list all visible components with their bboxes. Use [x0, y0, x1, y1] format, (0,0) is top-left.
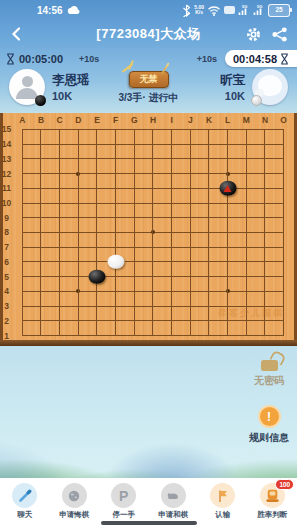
- star-point: [226, 289, 230, 293]
- white-stone: [107, 255, 124, 270]
- white-player-rank: 10K: [225, 90, 245, 102]
- increment-right: +10s: [197, 54, 217, 64]
- unlocked-padlock-icon: [261, 360, 278, 371]
- board-point[interactable]: [200, 166, 219, 181]
- board-point[interactable]: [200, 181, 219, 196]
- board-point[interactable]: [50, 255, 69, 270]
- chat-brush-icon: [17, 488, 33, 504]
- board-point[interactable]: [162, 314, 181, 329]
- board-point[interactable]: [218, 151, 237, 166]
- board-watermark: 弈客少儿围棋: [218, 307, 284, 320]
- board-point[interactable]: [88, 284, 107, 299]
- board-point[interactable]: [181, 314, 200, 329]
- board-point[interactable]: [274, 269, 293, 284]
- board-point[interactable]: [88, 314, 107, 329]
- row-label: 14: [0, 137, 13, 152]
- draw-hand-icon: [165, 488, 181, 504]
- row-label: 4: [0, 284, 13, 299]
- board-point[interactable]: [88, 240, 107, 255]
- board-point[interactable]: [125, 314, 144, 329]
- board-point[interactable]: [69, 269, 88, 284]
- board-point[interactable]: [106, 299, 125, 314]
- board-point[interactable]: [256, 269, 275, 284]
- avatar-person-icon: [22, 76, 33, 87]
- board-point[interactable]: [13, 181, 32, 196]
- board-point[interactable]: [125, 284, 144, 299]
- undo-stone-icon: [66, 488, 82, 504]
- board-point[interactable]: [218, 284, 237, 299]
- row-label: 9: [0, 210, 13, 225]
- board-point[interactable]: [125, 269, 144, 284]
- board-point[interactable]: [181, 196, 200, 211]
- home-indicator[interactable]: [101, 521, 197, 525]
- board-point[interactable]: [69, 240, 88, 255]
- board-point[interactable]: [218, 255, 237, 270]
- board-point[interactable]: [144, 181, 163, 196]
- board-point[interactable]: [274, 181, 293, 196]
- board-point[interactable]: [125, 181, 144, 196]
- board-point[interactable]: [237, 269, 256, 284]
- board-point[interactable]: [106, 225, 125, 240]
- board-point[interactable]: [200, 210, 219, 225]
- star-point: [151, 230, 155, 234]
- board-point[interactable]: [13, 122, 32, 137]
- board-point[interactable]: [50, 137, 69, 152]
- board-point[interactable]: [274, 210, 293, 225]
- board-point[interactable]: [256, 151, 275, 166]
- board-point[interactable]: [218, 181, 237, 196]
- board-edge: [294, 113, 297, 346]
- board-point[interactable]: [200, 284, 219, 299]
- board-point[interactable]: [32, 284, 51, 299]
- board-point[interactable]: [13, 151, 32, 166]
- board-point[interactable]: [144, 151, 163, 166]
- board-point[interactable]: [69, 284, 88, 299]
- board-point[interactable]: [162, 151, 181, 166]
- board-point[interactable]: [218, 240, 237, 255]
- white-player-name: 昕宝: [220, 72, 245, 89]
- board-point[interactable]: [13, 137, 32, 152]
- row-label: 8: [0, 225, 13, 240]
- board-point[interactable]: [69, 210, 88, 225]
- board-point[interactable]: [162, 196, 181, 211]
- board-point[interactable]: [144, 255, 163, 270]
- board-point[interactable]: [162, 284, 181, 299]
- board-point[interactable]: [200, 151, 219, 166]
- board-point[interactable]: [218, 137, 237, 152]
- board-point[interactable]: [200, 269, 219, 284]
- board-point[interactable]: [13, 240, 32, 255]
- board-point[interactable]: [88, 255, 107, 270]
- clock-text: 14:56: [37, 5, 63, 16]
- nav-bar: [7723084]大众场: [0, 20, 297, 48]
- board-point[interactable]: [69, 122, 88, 137]
- board-point[interactable]: [125, 166, 144, 181]
- board-point[interactable]: [144, 299, 163, 314]
- board-point[interactable]: [144, 196, 163, 211]
- board-point[interactable]: [200, 299, 219, 314]
- winrate-button[interactable]: 100 胜率判断: [249, 483, 295, 520]
- board-point[interactable]: [162, 299, 181, 314]
- board-point[interactable]: [162, 225, 181, 240]
- board-point[interactable]: [50, 240, 69, 255]
- board-point[interactable]: [200, 255, 219, 270]
- board-point[interactable]: [88, 225, 107, 240]
- board-point[interactable]: [237, 284, 256, 299]
- row-label: 11: [0, 181, 13, 196]
- board-point[interactable]: [237, 166, 256, 181]
- board-point[interactable]: [256, 255, 275, 270]
- board-point[interactable]: [162, 255, 181, 270]
- board-point[interactable]: [144, 314, 163, 329]
- board-point[interactable]: [32, 166, 51, 181]
- svg-text:5G: 5G: [257, 4, 262, 9]
- signal-sim2-icon: 5G: [253, 4, 265, 16]
- board-point[interactable]: [13, 299, 32, 314]
- no-password-button[interactable]: 无密码: [254, 352, 284, 388]
- timer-left-value: 00:05:00: [19, 53, 63, 65]
- board-point[interactable]: [32, 210, 51, 225]
- bluetooth-icon: [182, 4, 191, 17]
- hourglass-right-icon: [280, 53, 289, 65]
- board-point[interactable]: [237, 122, 256, 137]
- request-undo-button[interactable]: 申请悔棋: [51, 483, 97, 520]
- board-point[interactable]: [32, 122, 51, 137]
- board-point[interactable]: [50, 269, 69, 284]
- board-point[interactable]: [106, 181, 125, 196]
- board-point[interactable]: [256, 122, 275, 137]
- go-board[interactable]: ABCDEFGHIJKLMNO 151413121110987654321 弈客…: [0, 113, 297, 346]
- board-point[interactable]: [88, 181, 107, 196]
- board-point[interactable]: [69, 196, 88, 211]
- board-point[interactable]: [181, 269, 200, 284]
- player-row: 李恩瑶 10K 无禁 3/3手· 进行中 昕宝 10K: [0, 68, 297, 113]
- board-point[interactable]: [144, 225, 163, 240]
- board-point[interactable]: [88, 166, 107, 181]
- board-point[interactable]: [256, 196, 275, 211]
- row-label: 7: [0, 240, 13, 255]
- board-point[interactable]: [200, 196, 219, 211]
- board-point[interactable]: [32, 151, 51, 166]
- black-player-rank: 10K: [52, 90, 90, 102]
- board-point[interactable]: [13, 196, 32, 211]
- board-point[interactable]: [237, 240, 256, 255]
- board-point[interactable]: [106, 314, 125, 329]
- match-info: 无禁 3/3手· 进行中: [118, 68, 178, 105]
- board-point[interactable]: [181, 151, 200, 166]
- hd-icon: [224, 6, 235, 14]
- pass-button[interactable]: P 停一手: [101, 483, 147, 520]
- board-point[interactable]: [274, 240, 293, 255]
- increment-left: +10s: [79, 54, 99, 64]
- board-point[interactable]: [50, 166, 69, 181]
- board-point[interactable]: [13, 210, 32, 225]
- black-player-name: 李恩瑶: [52, 72, 90, 89]
- wifi-icon: [207, 5, 221, 16]
- board-point[interactable]: [50, 181, 69, 196]
- row-label: 13: [0, 151, 13, 166]
- rules-info-button[interactable]: ! 规则信息: [249, 405, 289, 445]
- board-point[interactable]: [181, 225, 200, 240]
- request-draw-button[interactable]: 申请和棋: [150, 483, 196, 520]
- board-point[interactable]: [144, 284, 163, 299]
- board-point[interactable]: [69, 314, 88, 329]
- board-point[interactable]: [200, 122, 219, 137]
- board-point[interactable]: [181, 166, 200, 181]
- network-speed: 5.00K/s: [194, 5, 204, 15]
- board-point[interactable]: [237, 196, 256, 211]
- board-point[interactable]: [125, 240, 144, 255]
- board-point[interactable]: [274, 225, 293, 240]
- board-point[interactable]: [88, 151, 107, 166]
- board-point[interactable]: [13, 269, 32, 284]
- board-point[interactable]: [274, 284, 293, 299]
- row-labels: 151413121110987654321: [0, 122, 13, 343]
- timer-row: 00:05:00 +10s +10s 00:04:58: [0, 50, 297, 68]
- cloud-icon: [67, 5, 81, 15]
- board-point[interactable]: [181, 299, 200, 314]
- board-point[interactable]: [237, 151, 256, 166]
- resign-button[interactable]: 认输: [200, 483, 246, 520]
- board-point[interactable]: [88, 137, 107, 152]
- white-player-avatar[interactable]: [252, 69, 288, 105]
- battery-icon: 25: [268, 4, 290, 17]
- player-black[interactable]: 李恩瑶 10K: [9, 69, 90, 105]
- board-point[interactable]: [106, 269, 125, 284]
- board-point[interactable]: [106, 196, 125, 211]
- board-point[interactable]: [69, 299, 88, 314]
- row-label: 6: [0, 255, 13, 270]
- resign-flag-icon: [215, 488, 231, 504]
- board-point[interactable]: [181, 284, 200, 299]
- board-point[interactable]: [69, 151, 88, 166]
- board-point[interactable]: [144, 240, 163, 255]
- board-point[interactable]: [256, 225, 275, 240]
- board-point[interactable]: [69, 166, 88, 181]
- board-point[interactable]: [181, 181, 200, 196]
- board-point[interactable]: [32, 269, 51, 284]
- black-stone: [88, 269, 105, 284]
- svg-text:5G: 5G: [242, 4, 247, 9]
- rule-badge: 无禁: [128, 71, 168, 88]
- board-point[interactable]: [69, 181, 88, 196]
- board-point[interactable]: [256, 284, 275, 299]
- row-label: 5: [0, 269, 13, 284]
- board-point[interactable]: [32, 314, 51, 329]
- active-timer-pill: 00:04:58: [225, 50, 297, 67]
- board-point[interactable]: [237, 181, 256, 196]
- board-point[interactable]: [237, 210, 256, 225]
- share-nodes-icon[interactable]: [271, 26, 288, 43]
- board-point[interactable]: [32, 181, 51, 196]
- white-stone-badge-icon: [251, 95, 262, 106]
- board-point[interactable]: [13, 314, 32, 329]
- board-point[interactable]: [256, 181, 275, 196]
- board-point[interactable]: [50, 314, 69, 329]
- board-point[interactable]: [162, 181, 181, 196]
- board-point[interactable]: [256, 137, 275, 152]
- board-point[interactable]: [181, 255, 200, 270]
- pass-p-icon: P: [119, 488, 128, 504]
- star-point: [226, 172, 230, 176]
- board-point[interactable]: [200, 240, 219, 255]
- background-landscape: 无密码 ! 规则信息: [0, 346, 297, 478]
- board-point[interactable]: [200, 314, 219, 329]
- status-bar: 14:56 5.00K/s 5G 5G 25: [0, 0, 297, 20]
- board-point[interactable]: [32, 225, 51, 240]
- board-point[interactable]: [274, 122, 293, 137]
- board-point[interactable]: [88, 210, 107, 225]
- board-point[interactable]: [200, 137, 219, 152]
- board-point[interactable]: [218, 196, 237, 211]
- board-point[interactable]: [106, 210, 125, 225]
- board-point[interactable]: [274, 196, 293, 211]
- board-point[interactable]: [144, 137, 163, 152]
- board-point[interactable]: [32, 255, 51, 270]
- header-background: 14:56 5.00K/s 5G 5G 25: [0, 0, 297, 113]
- star-point: [76, 172, 80, 176]
- board-point[interactable]: [125, 137, 144, 152]
- board-point[interactable]: [256, 240, 275, 255]
- board-point[interactable]: [181, 122, 200, 137]
- board-point[interactable]: [125, 122, 144, 137]
- board-point[interactable]: [50, 122, 69, 137]
- board-point[interactable]: [181, 210, 200, 225]
- black-stone-badge-icon: [35, 95, 46, 106]
- board-point[interactable]: [125, 299, 144, 314]
- hourglass-left-icon: [6, 53, 15, 65]
- black-stone: [219, 181, 236, 196]
- board-point[interactable]: [50, 299, 69, 314]
- exclamation-icon: !: [258, 405, 281, 428]
- board-point[interactable]: [88, 269, 107, 284]
- settings-gear-icon[interactable]: [245, 26, 262, 43]
- board-point[interactable]: [13, 166, 32, 181]
- board-point[interactable]: [106, 137, 125, 152]
- board-point[interactable]: [181, 240, 200, 255]
- board-point[interactable]: [237, 255, 256, 270]
- board-point[interactable]: [50, 284, 69, 299]
- board-point[interactable]: [162, 122, 181, 137]
- star-point: [76, 289, 80, 293]
- board-point[interactable]: [13, 255, 32, 270]
- move-status: 3/3手· 进行中: [118, 91, 178, 105]
- board-point[interactable]: [50, 196, 69, 211]
- board-point[interactable]: [162, 240, 181, 255]
- timer-right-value: 00:04:58: [233, 53, 277, 65]
- board-point[interactable]: [162, 137, 181, 152]
- board-point[interactable]: [274, 166, 293, 181]
- board-point[interactable]: [32, 196, 51, 211]
- board-point[interactable]: [200, 225, 219, 240]
- row-label: 10: [0, 196, 13, 211]
- board-point[interactable]: [274, 255, 293, 270]
- board-point[interactable]: [106, 240, 125, 255]
- board-point[interactable]: [32, 299, 51, 314]
- last-move-triangle-marker: [224, 184, 232, 191]
- board-point[interactable]: [162, 166, 181, 181]
- board-point[interactable]: [144, 166, 163, 181]
- board-point[interactable]: [218, 210, 237, 225]
- board-point[interactable]: [162, 269, 181, 284]
- board-point[interactable]: [144, 122, 163, 137]
- board-point[interactable]: [144, 210, 163, 225]
- board-point[interactable]: [237, 225, 256, 240]
- signal-sim1-icon: 5G: [238, 4, 250, 16]
- row-label: 15: [0, 122, 13, 137]
- board-point[interactable]: [106, 122, 125, 137]
- winrate-cost-badge: 100: [275, 479, 294, 490]
- board-point[interactable]: [13, 225, 32, 240]
- chat-button[interactable]: 聊天: [2, 483, 48, 520]
- board-point[interactable]: [218, 122, 237, 137]
- board-point[interactable]: [218, 166, 237, 181]
- board-point[interactable]: [106, 284, 125, 299]
- board-point[interactable]: [274, 137, 293, 152]
- board-point[interactable]: [125, 225, 144, 240]
- board-point[interactable]: [256, 210, 275, 225]
- board-point[interactable]: [69, 137, 88, 152]
- board-point[interactable]: [32, 137, 51, 152]
- row-label: 2: [0, 314, 13, 329]
- board-point[interactable]: [125, 255, 144, 270]
- board-point[interactable]: [69, 255, 88, 270]
- board-point[interactable]: [125, 151, 144, 166]
- black-player-avatar[interactable]: [9, 69, 45, 105]
- board-point[interactable]: [106, 151, 125, 166]
- board-point[interactable]: [13, 284, 32, 299]
- board-point[interactable]: [237, 137, 256, 152]
- board-point[interactable]: [162, 210, 181, 225]
- board-point[interactable]: [181, 137, 200, 152]
- board-point[interactable]: [218, 269, 237, 284]
- board-point[interactable]: [50, 225, 69, 240]
- board-point[interactable]: [50, 210, 69, 225]
- board-point[interactable]: [50, 151, 69, 166]
- row-label: 12: [0, 166, 13, 181]
- board-point[interactable]: [144, 269, 163, 284]
- board-point[interactable]: [274, 151, 293, 166]
- board-point[interactable]: [125, 210, 144, 225]
- board-point[interactable]: [32, 240, 51, 255]
- board-point[interactable]: [69, 225, 88, 240]
- board-point[interactable]: [88, 122, 107, 137]
- row-label: 3: [0, 299, 13, 314]
- board-point[interactable]: [106, 166, 125, 181]
- board-point[interactable]: [88, 299, 107, 314]
- board-point[interactable]: [88, 196, 107, 211]
- board-point[interactable]: [218, 225, 237, 240]
- board-point[interactable]: [125, 196, 144, 211]
- board-point[interactable]: [256, 166, 275, 181]
- player-white[interactable]: 昕宝 10K: [220, 69, 288, 105]
- board-point[interactable]: [106, 255, 125, 270]
